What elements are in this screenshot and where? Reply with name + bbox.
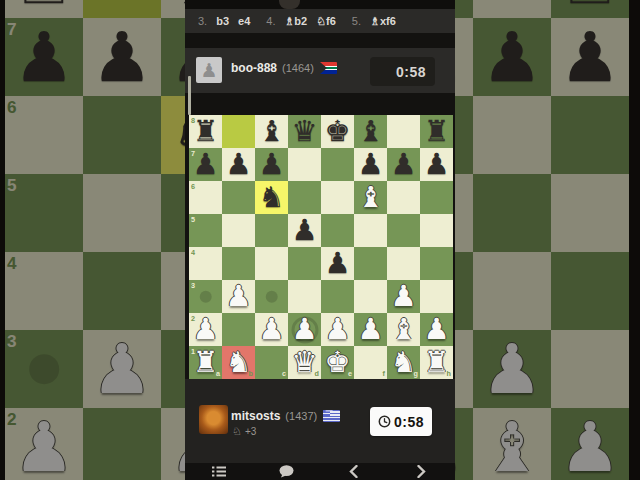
- chess-board[interactable]: ♜8♝♛♚♝♜♟7♟♟♟♟♟6♞♝5♟4♟3♟♟♟2♟♟♟♟♝♟♜1a♞bc♛d…: [189, 115, 453, 379]
- square-b4[interactable]: [222, 247, 255, 280]
- ring-annotation: [291, 316, 318, 343]
- square-d3[interactable]: [288, 280, 321, 313]
- square-h4[interactable]: [420, 247, 453, 280]
- move-token[interactable]: ♗xf6: [370, 15, 396, 28]
- bottom-player-rating: (1437): [285, 410, 317, 422]
- bottom-player-avatar[interactable]: [199, 405, 228, 434]
- square-h3[interactable]: [420, 280, 453, 313]
- square-b3[interactable]: ♟: [222, 280, 255, 313]
- bottom-navbar: [185, 463, 455, 480]
- square-g1[interactable]: ♞g: [387, 346, 420, 379]
- square-f6[interactable]: ♝: [354, 181, 387, 214]
- square-e2[interactable]: ♟: [321, 313, 354, 346]
- square-a1[interactable]: ♜1a: [189, 346, 222, 379]
- square-f4[interactable]: [354, 247, 387, 280]
- square-e1[interactable]: ♚e: [321, 346, 354, 379]
- square-b1[interactable]: ♞b: [222, 346, 255, 379]
- greece-flag-icon: [323, 410, 340, 422]
- top-player-avatar[interactable]: ♟: [196, 57, 222, 83]
- square-d7[interactable]: [288, 148, 321, 181]
- rank-coordinate: 5: [191, 215, 195, 224]
- move-number: 4.: [266, 15, 275, 27]
- square-e6[interactable]: [321, 181, 354, 214]
- square-g3[interactable]: ♟: [387, 280, 420, 313]
- square-a2[interactable]: ♟2: [189, 313, 222, 346]
- piece-white-pawn: ♟: [387, 280, 420, 313]
- square-c2[interactable]: ♟: [255, 313, 288, 346]
- piece-black-pawn: ♟: [222, 148, 255, 181]
- move-list-bar: 3.b3e44.♗b2♘f65.♗xf6: [185, 9, 455, 33]
- piece-black-bishop: ♝: [354, 115, 387, 148]
- square-g6[interactable]: [387, 181, 420, 214]
- rank-coordinate: 6: [191, 182, 195, 191]
- rank-coordinate: 1: [191, 347, 195, 356]
- square-c8[interactable]: ♝: [255, 115, 288, 148]
- file-coordinate: e: [348, 369, 352, 378]
- file-coordinate: a: [216, 369, 220, 378]
- captured-material: ♘ +3: [232, 425, 256, 438]
- square-c1[interactable]: c: [255, 346, 288, 379]
- piece-black-pawn: ♟: [420, 148, 453, 181]
- square-c4[interactable]: [255, 247, 288, 280]
- square-f1[interactable]: f: [354, 346, 387, 379]
- piece-black-rook: ♜: [420, 115, 453, 148]
- piece-white-pawn: ♟: [222, 280, 255, 313]
- piece-white-pawn: ♟: [354, 313, 387, 346]
- app-column: 3.b3e44.♗b2♘f65.♗xf6 ♟ boo-888 (1464) 0:…: [185, 0, 455, 480]
- file-coordinate: d: [315, 369, 319, 378]
- material-score: +3: [245, 426, 256, 437]
- square-d8[interactable]: ♛: [288, 115, 321, 148]
- square-b7[interactable]: ♟: [222, 148, 255, 181]
- main-board-wrap: ♜8♝♛♚♝♜♟7♟♟♟♟♟6♞♝5♟4♟3♟♟♟2♟♟♟♟♝♟♜1a♞bc♛d…: [189, 115, 453, 379]
- square-g2[interactable]: ♝: [387, 313, 420, 346]
- file-coordinate: h: [447, 369, 451, 378]
- piece-silhouette-decoration: [279, 0, 300, 9]
- square-g7[interactable]: ♟: [387, 148, 420, 181]
- square-b5[interactable]: [222, 214, 255, 247]
- square-e3[interactable]: [321, 280, 354, 313]
- screenshot-stage: ♜8♝♛♚♝♜♟7♟♟♟♟♟6♞♝5♟4♟3♟♟♟2♟♟♟♟♝♟♜1a♞bc♛d…: [0, 0, 640, 480]
- square-b8[interactable]: [222, 115, 255, 148]
- square-b6[interactable]: [222, 181, 255, 214]
- chat-icon[interactable]: [276, 465, 296, 479]
- move-token[interactable]: b3: [216, 15, 229, 27]
- square-g5[interactable]: [387, 214, 420, 247]
- square-c5[interactable]: [255, 214, 288, 247]
- piece-black-bishop: ♝: [255, 115, 288, 148]
- piece-black-pawn: ♟: [354, 148, 387, 181]
- clock-icon: [378, 415, 391, 428]
- piece-white-bishop: ♝: [387, 313, 420, 346]
- square-f3[interactable]: [354, 280, 387, 313]
- move-token[interactable]: e4: [238, 15, 250, 27]
- square-c3[interactable]: [255, 280, 288, 313]
- bottom-player-row[interactable]: mitsosts (1437) ♘ +3 0:58: [185, 379, 455, 463]
- square-c7[interactable]: ♟: [255, 148, 288, 181]
- move-number: 5.: [352, 15, 361, 27]
- square-a6[interactable]: 6: [189, 181, 222, 214]
- moves-list-icon[interactable]: [209, 465, 229, 479]
- bottom-player-name[interactable]: mitsosts: [231, 409, 280, 423]
- square-c6[interactable]: ♞: [255, 181, 288, 214]
- square-f8[interactable]: ♝: [354, 115, 387, 148]
- square-a5[interactable]: 5: [189, 214, 222, 247]
- rank-coordinate: 4: [191, 248, 195, 257]
- status-strip: [185, 0, 455, 9]
- move-token[interactable]: ♗b2: [284, 15, 307, 28]
- piece-white-pawn: ♟: [321, 313, 354, 346]
- square-d2[interactable]: ♟: [288, 313, 321, 346]
- piece-white-bishop: ♝: [354, 181, 387, 214]
- piece-black-queen: ♛: [288, 115, 321, 148]
- square-g4[interactable]: [387, 247, 420, 280]
- square-d5[interactable]: ♟: [288, 214, 321, 247]
- rank-coordinate: 7: [191, 149, 195, 158]
- piece-black-pawn: ♟: [255, 148, 288, 181]
- file-coordinate: b: [249, 369, 253, 378]
- top-player-name[interactable]: boo-888: [231, 61, 277, 75]
- piece-black-pawn: ♟: [288, 214, 321, 247]
- forward-chevron-icon[interactable]: [411, 465, 431, 479]
- square-f5[interactable]: [354, 214, 387, 247]
- square-e5[interactable]: [321, 214, 354, 247]
- square-d1[interactable]: ♛d: [288, 346, 321, 379]
- rank-coordinate: 3: [191, 281, 195, 290]
- piece-white-pawn: ♟: [420, 313, 453, 346]
- square-f7[interactable]: ♟: [354, 148, 387, 181]
- square-a7[interactable]: ♟7: [189, 148, 222, 181]
- square-g8[interactable]: [387, 115, 420, 148]
- top-player-rating: (1464): [282, 62, 314, 74]
- move-number: 3.: [198, 15, 207, 27]
- captured-knight-icon: ♘: [232, 425, 242, 438]
- piece-white-pawn: ♟: [255, 313, 288, 346]
- square-b2[interactable]: [222, 313, 255, 346]
- square-a3[interactable]: 3: [189, 280, 222, 313]
- square-f2[interactable]: ♟: [354, 313, 387, 346]
- square-h1[interactable]: ♜h: [420, 346, 453, 379]
- top-player-row[interactable]: ♟ boo-888 (1464) 0:58: [185, 48, 455, 93]
- square-h2[interactable]: ♟: [420, 313, 453, 346]
- piece-black-king: ♚: [321, 115, 354, 148]
- legal-move-dot: [265, 290, 278, 303]
- piece-black-pawn: ♟: [321, 247, 354, 280]
- file-coordinate: f: [383, 369, 385, 378]
- square-e4[interactable]: ♟: [321, 247, 354, 280]
- rank-coordinate: 8: [191, 116, 195, 125]
- file-coordinate: g: [414, 369, 418, 378]
- top-player-clock: 0:58: [370, 57, 435, 86]
- scrollbar-strip[interactable]: [188, 76, 191, 115]
- south-africa-flag-icon: [320, 62, 337, 74]
- piece-black-pawn: ♟: [387, 148, 420, 181]
- square-d6[interactable]: [288, 181, 321, 214]
- move-token[interactable]: ♘f6: [316, 15, 336, 28]
- square-d4[interactable]: [288, 247, 321, 280]
- square-h6[interactable]: [420, 181, 453, 214]
- rank-coordinate: 2: [191, 314, 195, 323]
- square-e7[interactable]: [321, 148, 354, 181]
- square-a4[interactable]: 4: [189, 247, 222, 280]
- file-coordinate: c: [282, 369, 286, 378]
- piece-black-knight: ♞: [255, 181, 288, 214]
- bottom-player-clock: 0:58: [370, 407, 432, 436]
- back-chevron-icon[interactable]: [344, 465, 364, 479]
- square-h7[interactable]: ♟: [420, 148, 453, 181]
- legal-move-dot: [199, 290, 212, 303]
- square-h5[interactable]: [420, 214, 453, 247]
- square-a8[interactable]: ♜8: [189, 115, 222, 148]
- square-h8[interactable]: ♜: [420, 115, 453, 148]
- square-e8[interactable]: ♚: [321, 115, 354, 148]
